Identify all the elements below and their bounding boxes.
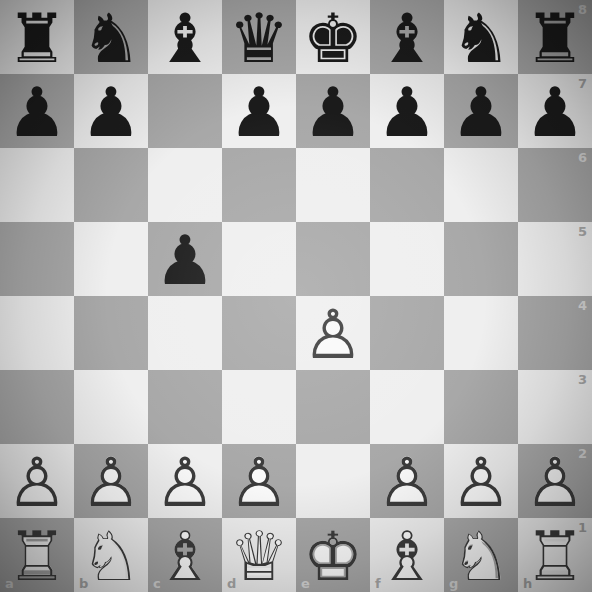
square-a2[interactable]: ♟♙	[0, 444, 74, 518]
square-a8[interactable]: ♜	[0, 0, 74, 74]
square-h3[interactable]: 3	[518, 370, 592, 444]
white-bishop-icon[interactable]: ♝♗	[148, 520, 222, 592]
square-b3[interactable]	[74, 370, 148, 444]
piece-outline-glyph: ♙	[148, 446, 222, 520]
square-a4[interactable]	[0, 296, 74, 370]
square-b6[interactable]	[74, 148, 148, 222]
piece-outline-glyph: ♙	[222, 446, 296, 520]
square-g3[interactable]	[444, 370, 518, 444]
square-c7[interactable]	[148, 74, 222, 148]
chessboard-screenshot: ♜♞♝♛♚♝♞♜8♟♟♟♟♟♟♟76♟5♟♙43♟♙♟♙♟♙♟♙♟♙♟♙♟♙2♜…	[0, 0, 592, 592]
black-knight-icon[interactable]: ♞	[444, 2, 518, 76]
square-d3[interactable]	[222, 370, 296, 444]
square-e5[interactable]	[296, 222, 370, 296]
white-pawn-icon[interactable]: ♟♙	[370, 446, 444, 520]
white-pawn-icon[interactable]: ♟♙	[148, 446, 222, 520]
square-d5[interactable]	[222, 222, 296, 296]
square-a5[interactable]	[0, 222, 74, 296]
black-knight-icon[interactable]: ♞	[74, 2, 148, 76]
square-f4[interactable]	[370, 296, 444, 370]
square-f7[interactable]: ♟	[370, 74, 444, 148]
square-h2[interactable]: ♟♙2	[518, 444, 592, 518]
square-h5[interactable]: 5	[518, 222, 592, 296]
square-d2[interactable]: ♟♙	[222, 444, 296, 518]
white-knight-icon[interactable]: ♞♘	[74, 520, 148, 592]
square-h7[interactable]: ♟7	[518, 74, 592, 148]
black-king-icon[interactable]: ♚	[296, 2, 370, 76]
square-h6[interactable]: 6	[518, 148, 592, 222]
square-c4[interactable]	[148, 296, 222, 370]
white-pawn-icon[interactable]: ♟♙	[0, 446, 74, 520]
square-g8[interactable]: ♞	[444, 0, 518, 74]
piece-outline-glyph: ♙	[74, 446, 148, 520]
square-b5[interactable]	[74, 222, 148, 296]
square-c2[interactable]: ♟♙	[148, 444, 222, 518]
piece-outline-glyph: ♙	[296, 298, 370, 372]
white-rook-icon[interactable]: ♜♖	[0, 520, 74, 592]
square-b1[interactable]: ♞♘b	[74, 518, 148, 592]
square-e7[interactable]: ♟	[296, 74, 370, 148]
rank-label-4: 4	[578, 298, 587, 313]
square-c3[interactable]	[148, 370, 222, 444]
square-a3[interactable]	[0, 370, 74, 444]
piece-outline-glyph: ♙	[444, 446, 518, 520]
black-queen-icon[interactable]: ♛	[222, 2, 296, 76]
piece-outline-glyph: ♙	[370, 446, 444, 520]
white-knight-icon[interactable]: ♞♘	[444, 520, 518, 592]
piece-outline-glyph: ♗	[370, 520, 444, 592]
square-d8[interactable]: ♛	[222, 0, 296, 74]
square-b2[interactable]: ♟♙	[74, 444, 148, 518]
square-g5[interactable]	[444, 222, 518, 296]
square-g1[interactable]: ♞♘g	[444, 518, 518, 592]
black-rook-icon[interactable]: ♜	[518, 2, 592, 76]
square-g7[interactable]: ♟	[444, 74, 518, 148]
black-pawn-icon[interactable]: ♟	[518, 76, 592, 150]
square-f5[interactable]	[370, 222, 444, 296]
white-pawn-icon[interactable]: ♟♙	[74, 446, 148, 520]
square-g6[interactable]	[444, 148, 518, 222]
black-pawn-icon[interactable]: ♟	[74, 76, 148, 150]
black-bishop-icon[interactable]: ♝	[148, 2, 222, 76]
square-e1[interactable]: ♚♔e	[296, 518, 370, 592]
white-pawn-icon[interactable]: ♟♙	[296, 298, 370, 372]
square-c5[interactable]: ♟	[148, 222, 222, 296]
black-pawn-icon[interactable]: ♟	[222, 76, 296, 150]
square-f8[interactable]: ♝	[370, 0, 444, 74]
black-bishop-icon[interactable]: ♝	[370, 2, 444, 76]
rank-label-5: 5	[578, 224, 587, 239]
square-e2[interactable]	[296, 444, 370, 518]
white-pawn-icon[interactable]: ♟♙	[518, 446, 592, 520]
square-e8[interactable]: ♚	[296, 0, 370, 74]
square-f6[interactable]	[370, 148, 444, 222]
square-b7[interactable]: ♟	[74, 74, 148, 148]
square-e6[interactable]	[296, 148, 370, 222]
square-c8[interactable]: ♝	[148, 0, 222, 74]
square-h4[interactable]: 4	[518, 296, 592, 370]
black-pawn-icon[interactable]: ♟	[444, 76, 518, 150]
square-f3[interactable]	[370, 370, 444, 444]
piece-outline-glyph: ♙	[0, 446, 74, 520]
white-king-icon[interactable]: ♚♔	[296, 520, 370, 592]
square-f1[interactable]: ♝♗f	[370, 518, 444, 592]
square-d1[interactable]: ♛♕d	[222, 518, 296, 592]
square-a7[interactable]: ♟	[0, 74, 74, 148]
square-c6[interactable]	[148, 148, 222, 222]
square-c1[interactable]: ♝♗c	[148, 518, 222, 592]
square-e3[interactable]	[296, 370, 370, 444]
square-h8[interactable]: ♜8	[518, 0, 592, 74]
white-bishop-icon[interactable]: ♝♗	[370, 520, 444, 592]
square-h1[interactable]: ♜♖1h	[518, 518, 592, 592]
black-pawn-icon[interactable]: ♟	[370, 76, 444, 150]
square-a1[interactable]: ♜♖a	[0, 518, 74, 592]
piece-outline-glyph: ♖	[0, 520, 74, 592]
square-b4[interactable]	[74, 296, 148, 370]
piece-outline-glyph: ♔	[296, 520, 370, 592]
piece-outline-glyph: ♗	[148, 520, 222, 592]
square-g4[interactable]	[444, 296, 518, 370]
square-d4[interactable]	[222, 296, 296, 370]
black-pawn-icon[interactable]: ♟	[296, 76, 370, 150]
square-f2[interactable]: ♟♙	[370, 444, 444, 518]
white-pawn-icon[interactable]: ♟♙	[444, 446, 518, 520]
chess-board: ♜♞♝♛♚♝♞♜8♟♟♟♟♟♟♟76♟5♟♙43♟♙♟♙♟♙♟♙♟♙♟♙♟♙2♜…	[0, 0, 592, 592]
white-rook-icon[interactable]: ♜♖	[518, 520, 592, 592]
piece-outline-glyph: ♘	[444, 520, 518, 592]
rank-label-3: 3	[578, 372, 587, 387]
square-d6[interactable]	[222, 148, 296, 222]
piece-outline-glyph: ♖	[518, 520, 592, 592]
rank-label-6: 6	[578, 150, 587, 165]
black-rook-icon[interactable]: ♜	[0, 2, 74, 76]
white-queen-icon[interactable]: ♛♕	[222, 520, 296, 592]
square-d7[interactable]: ♟	[222, 74, 296, 148]
square-e4[interactable]: ♟♙	[296, 296, 370, 370]
black-pawn-icon[interactable]: ♟	[148, 224, 222, 298]
white-pawn-icon[interactable]: ♟♙	[222, 446, 296, 520]
piece-outline-glyph: ♕	[222, 520, 296, 592]
square-a6[interactable]	[0, 148, 74, 222]
square-g2[interactable]: ♟♙	[444, 444, 518, 518]
black-pawn-icon[interactable]: ♟	[0, 76, 74, 150]
piece-outline-glyph: ♘	[74, 520, 148, 592]
piece-outline-glyph: ♙	[518, 446, 592, 520]
square-b8[interactable]: ♞	[74, 0, 148, 74]
